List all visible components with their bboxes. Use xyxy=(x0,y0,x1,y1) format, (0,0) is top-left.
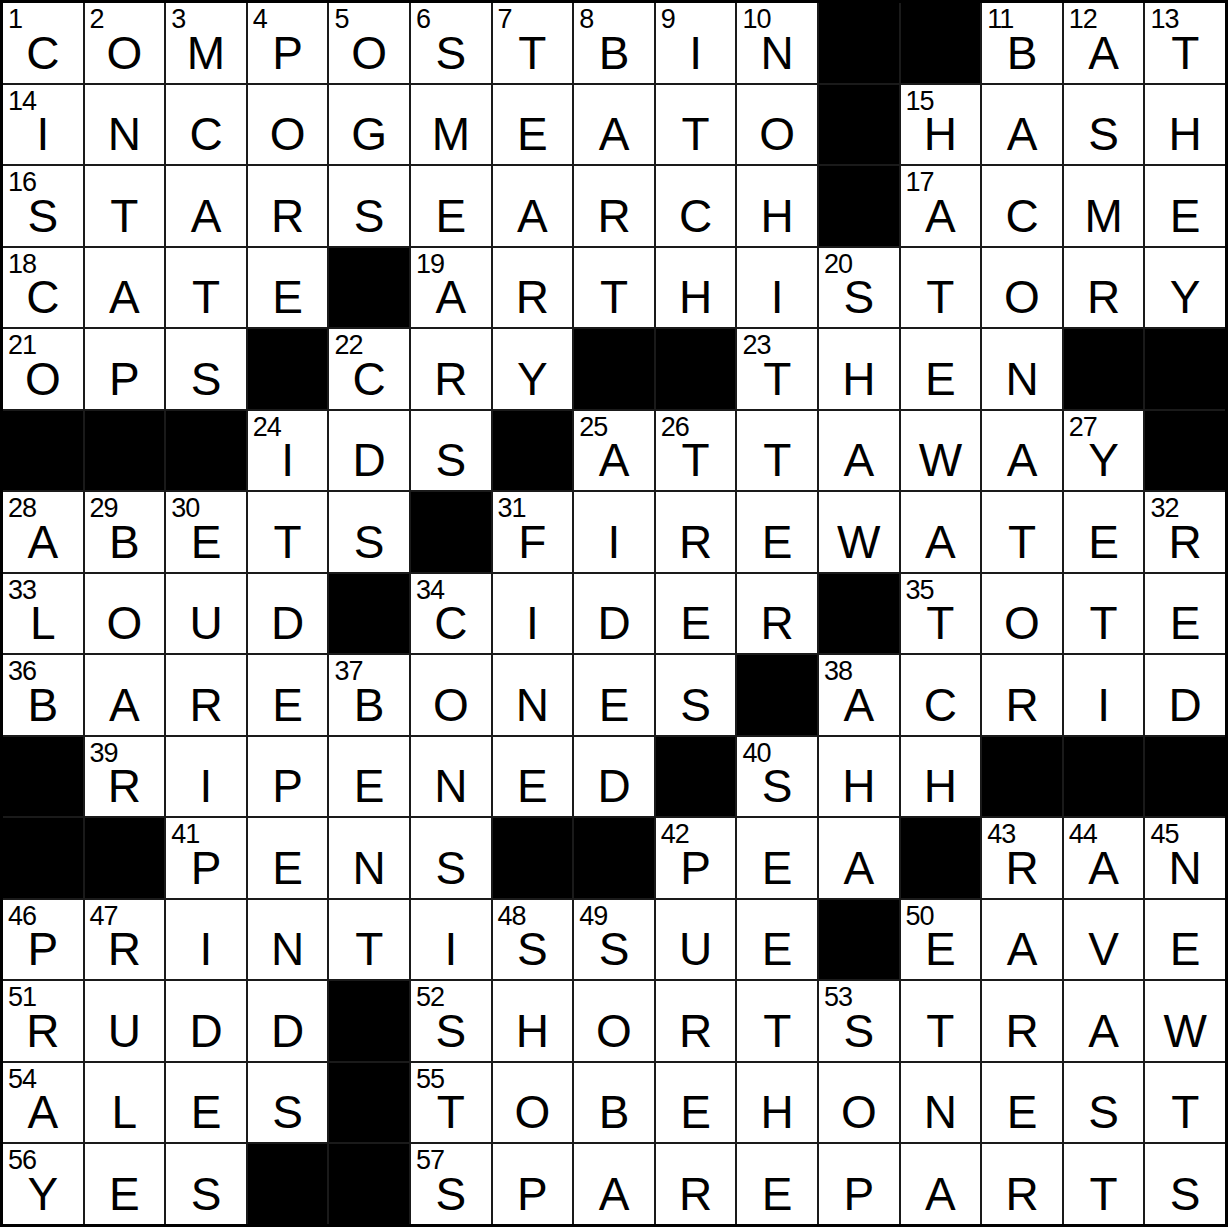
cell-r8c14[interactable]: T xyxy=(1064,574,1144,654)
cell-r3c12[interactable]: 17A xyxy=(901,166,981,246)
cell-r10c2[interactable]: 39R xyxy=(85,737,165,817)
cell-r12c12[interactable]: 50E xyxy=(901,900,981,980)
cell-letter: C xyxy=(982,193,1062,239)
cell-r1c1[interactable]: 1C xyxy=(3,3,83,83)
cell-r8c2[interactable]: O xyxy=(85,574,165,654)
cell-r13c8[interactable]: O xyxy=(574,981,654,1061)
cell-r15c14[interactable]: T xyxy=(1064,1144,1144,1224)
cell-letter: S xyxy=(1064,1089,1144,1135)
cell-r13c15[interactable]: W xyxy=(1145,981,1225,1061)
cell-letter: E xyxy=(1145,600,1225,646)
cell-r3c14[interactable]: M xyxy=(1064,166,1144,246)
cell-r11c14[interactable]: 44A xyxy=(1064,818,1144,898)
cell-letter: C xyxy=(656,193,736,239)
cell-r3c1[interactable]: 16S xyxy=(3,166,83,246)
cell-r15c2[interactable]: E xyxy=(85,1144,165,1224)
cell-r12c5[interactable]: T xyxy=(329,900,409,980)
cell-r15c15[interactable]: S xyxy=(1145,1144,1225,1224)
cell-r12c8[interactable]: 49S xyxy=(574,900,654,980)
cell-letter: A xyxy=(574,111,654,157)
cell-letter: E xyxy=(656,1089,736,1135)
cell-r11c6[interactable]: S xyxy=(411,818,491,898)
cell-r5c3[interactable]: S xyxy=(166,329,246,409)
black-cell-r13c5 xyxy=(329,981,409,1061)
cell-r2c9[interactable]: T xyxy=(656,85,736,165)
black-cell-r2c11 xyxy=(819,85,899,165)
cell-letter: S xyxy=(411,437,491,483)
cell-letter: A xyxy=(982,111,1062,157)
cell-letter: E xyxy=(1145,193,1225,239)
cell-r4c9[interactable]: H xyxy=(656,248,736,328)
cell-letter: S xyxy=(574,926,654,972)
cell-r1c9[interactable]: 9I xyxy=(656,3,736,83)
cell-r14c1[interactable]: 54A xyxy=(3,1063,83,1143)
cell-r13c2[interactable]: U xyxy=(85,981,165,1061)
cell-letter: S xyxy=(737,763,817,809)
cell-letter: R xyxy=(574,193,654,239)
cell-r5c1[interactable]: 21O xyxy=(3,329,83,409)
cell-r3c9[interactable]: C xyxy=(656,166,736,246)
black-cell-r11c12 xyxy=(901,818,981,898)
cell-r5c12[interactable]: E xyxy=(901,329,981,409)
cell-letter: A xyxy=(3,1089,83,1135)
cell-letter: A xyxy=(493,193,573,239)
cell-r12c2[interactable]: 47R xyxy=(85,900,165,980)
cell-r9c7[interactable]: N xyxy=(493,655,573,735)
cell-r15c1[interactable]: 56Y xyxy=(3,1144,83,1224)
cell-letter: R xyxy=(982,1008,1062,1054)
cell-r12c4[interactable]: N xyxy=(248,900,328,980)
black-cell-r10c1 xyxy=(3,737,83,817)
cell-letter: D xyxy=(329,437,409,483)
cell-r12c9[interactable]: U xyxy=(656,900,736,980)
cell-r14c13[interactable]: E xyxy=(982,1063,1062,1143)
cell-r2c7[interactable]: E xyxy=(493,85,573,165)
cell-r3c5[interactable]: S xyxy=(329,166,409,246)
cell-r10c4[interactable]: P xyxy=(248,737,328,817)
cell-r15c9[interactable]: R xyxy=(656,1144,736,1224)
cell-r2c5[interactable]: G xyxy=(329,85,409,165)
cell-r12c10[interactable]: E xyxy=(737,900,817,980)
cell-r11c15[interactable]: 45N xyxy=(1145,818,1225,898)
cell-r14c4[interactable]: S xyxy=(248,1063,328,1143)
cell-r8c6[interactable]: 34C xyxy=(411,574,491,654)
cell-r1c3[interactable]: 3M xyxy=(166,3,246,83)
cell-letter: S xyxy=(166,356,246,402)
cell-letter: P xyxy=(656,845,736,891)
cell-r9c11[interactable]: 38A xyxy=(819,655,899,735)
cell-r4c7[interactable]: R xyxy=(493,248,573,328)
cell-r5c2[interactable]: P xyxy=(85,329,165,409)
cell-letter: N xyxy=(85,111,165,157)
cell-r11c3[interactable]: 41P xyxy=(166,818,246,898)
cell-r12c15[interactable]: E xyxy=(1145,900,1225,980)
cell-r14c15[interactable]: T xyxy=(1145,1063,1225,1143)
cell-letter: N xyxy=(901,1089,981,1135)
cell-letter: P xyxy=(85,356,165,402)
cell-r7c12[interactable]: A xyxy=(901,492,981,572)
cell-letter: T xyxy=(493,30,573,76)
cell-r12c6[interactable]: I xyxy=(411,900,491,980)
cell-letter: Y xyxy=(1145,274,1225,320)
cell-r7c3[interactable]: 30E xyxy=(166,492,246,572)
cell-letter: T xyxy=(1064,600,1144,646)
cell-r7c8[interactable]: I xyxy=(574,492,654,572)
cell-r2c15[interactable]: H xyxy=(1145,85,1225,165)
cell-r8c10[interactable]: R xyxy=(737,574,817,654)
cell-letter: T xyxy=(656,111,736,157)
cell-r12c7[interactable]: 48S xyxy=(493,900,573,980)
cell-r7c4[interactable]: T xyxy=(248,492,328,572)
cell-r5c7[interactable]: Y xyxy=(493,329,573,409)
cell-r10c3[interactable]: I xyxy=(166,737,246,817)
cell-letter: H xyxy=(737,1089,817,1135)
cell-r9c3[interactable]: R xyxy=(166,655,246,735)
cell-r2c4[interactable]: O xyxy=(248,85,328,165)
cell-r10c10[interactable]: 40S xyxy=(737,737,817,817)
cell-r2c12[interactable]: 15H xyxy=(901,85,981,165)
cell-r4c10[interactable]: I xyxy=(737,248,817,328)
cell-letter: I xyxy=(574,519,654,565)
cell-r15c13[interactable]: R xyxy=(982,1144,1062,1224)
cell-r13c6[interactable]: 52S xyxy=(411,981,491,1061)
black-cell-r5c15 xyxy=(1145,329,1225,409)
cell-letter: E xyxy=(493,763,573,809)
cell-r9c13[interactable]: R xyxy=(982,655,1062,735)
cell-letter: N xyxy=(329,845,409,891)
cell-letter: Y xyxy=(1064,437,1144,483)
cell-r3c2[interactable]: T xyxy=(85,166,165,246)
cell-letter: Y xyxy=(493,356,573,402)
cell-r6c5[interactable]: D xyxy=(329,411,409,491)
cell-r3c4[interactable]: R xyxy=(248,166,328,246)
cell-letter: E xyxy=(737,1171,817,1217)
cell-letter: H xyxy=(819,763,899,809)
cell-r13c4[interactable]: D xyxy=(248,981,328,1061)
cell-r5c11[interactable]: H xyxy=(819,329,899,409)
cell-r4c8[interactable]: T xyxy=(574,248,654,328)
cell-r14c3[interactable]: E xyxy=(166,1063,246,1143)
cell-letter: T xyxy=(329,926,409,972)
cell-r3c10[interactable]: H xyxy=(737,166,817,246)
cell-r6c4[interactable]: 24I xyxy=(248,411,328,491)
cell-r6c8[interactable]: 25A xyxy=(574,411,654,491)
cell-r13c10[interactable]: T xyxy=(737,981,817,1061)
cell-letter: S xyxy=(329,519,409,565)
cell-r6c6[interactable]: S xyxy=(411,411,491,491)
cell-letter: A xyxy=(85,682,165,728)
cell-letter: A xyxy=(1064,845,1144,891)
cell-r14c7[interactable]: O xyxy=(493,1063,573,1143)
cell-r11c4[interactable]: E xyxy=(248,818,328,898)
cell-r1c6[interactable]: 6S xyxy=(411,3,491,83)
cell-r15c12[interactable]: A xyxy=(901,1144,981,1224)
cell-letter: T xyxy=(901,600,981,646)
cell-r15c3[interactable]: S xyxy=(166,1144,246,1224)
cell-r2c8[interactable]: A xyxy=(574,85,654,165)
cell-r15c8[interactable]: A xyxy=(574,1144,654,1224)
cell-r7c1[interactable]: 28A xyxy=(3,492,83,572)
cell-letter: V xyxy=(1064,926,1144,972)
cell-r14c9[interactable]: E xyxy=(656,1063,736,1143)
cell-letter: R xyxy=(656,519,736,565)
cell-r12c14[interactable]: V xyxy=(1064,900,1144,980)
cell-r13c7[interactable]: H xyxy=(493,981,573,1061)
cell-r7c5[interactable]: S xyxy=(329,492,409,572)
cell-r6c14[interactable]: 27Y xyxy=(1064,411,1144,491)
cell-r4c15[interactable]: Y xyxy=(1145,248,1225,328)
cell-r9c4[interactable]: E xyxy=(248,655,328,735)
cell-r8c1[interactable]: 33L xyxy=(3,574,83,654)
cell-r14c10[interactable]: H xyxy=(737,1063,817,1143)
cell-letter: E xyxy=(411,193,491,239)
cell-r2c14[interactable]: S xyxy=(1064,85,1144,165)
cell-r7c14[interactable]: E xyxy=(1064,492,1144,572)
cell-r5c5[interactable]: 22C xyxy=(329,329,409,409)
cell-letter: R xyxy=(982,1171,1062,1217)
cell-letter: H xyxy=(1145,111,1225,157)
cell-r8c3[interactable]: U xyxy=(166,574,246,654)
black-cell-r11c8 xyxy=(574,818,654,898)
cell-letter: A xyxy=(166,193,246,239)
black-cell-r11c1 xyxy=(3,818,83,898)
cell-r4c11[interactable]: 20S xyxy=(819,248,899,328)
cell-r3c3[interactable]: A xyxy=(166,166,246,246)
cell-letter: S xyxy=(411,845,491,891)
cell-r13c12[interactable]: T xyxy=(901,981,981,1061)
cell-letter: C xyxy=(3,274,83,320)
cell-r13c14[interactable]: A xyxy=(1064,981,1144,1061)
cell-r6c12[interactable]: W xyxy=(901,411,981,491)
cell-letter: B xyxy=(574,30,654,76)
black-cell-r6c2 xyxy=(85,411,165,491)
cell-r10c12[interactable]: H xyxy=(901,737,981,817)
cell-r13c11[interactable]: 53S xyxy=(819,981,899,1061)
cell-letter: G xyxy=(329,111,409,157)
cell-r7c11[interactable]: W xyxy=(819,492,899,572)
cell-r4c14[interactable]: R xyxy=(1064,248,1144,328)
cell-letter: C xyxy=(166,111,246,157)
cell-r1c13[interactable]: 11B xyxy=(982,3,1062,83)
cell-letter: O xyxy=(411,682,491,728)
cell-letter: T xyxy=(1145,1089,1225,1135)
cell-letter: A xyxy=(819,845,899,891)
cell-letter: U xyxy=(85,1008,165,1054)
cell-letter: W xyxy=(819,519,899,565)
cell-r10c8[interactable]: D xyxy=(574,737,654,817)
cell-r10c7[interactable]: E xyxy=(493,737,573,817)
cell-r10c5[interactable]: E xyxy=(329,737,409,817)
cell-r2c2[interactable]: N xyxy=(85,85,165,165)
cell-r7c9[interactable]: R xyxy=(656,492,736,572)
cell-letter: A xyxy=(982,437,1062,483)
black-cell-r6c3 xyxy=(166,411,246,491)
cell-letter: A xyxy=(982,926,1062,972)
cell-r4c12[interactable]: T xyxy=(901,248,981,328)
cell-letter: A xyxy=(1064,30,1144,76)
cell-letter: T xyxy=(1145,30,1225,76)
cell-r8c4[interactable]: D xyxy=(248,574,328,654)
cell-r7c10[interactable]: E xyxy=(737,492,817,572)
cell-r1c10[interactable]: 10N xyxy=(737,3,817,83)
cell-letter: E xyxy=(166,1089,246,1135)
cell-letter: S xyxy=(1064,111,1144,157)
cell-r11c5[interactable]: N xyxy=(329,818,409,898)
cell-r2c6[interactable]: M xyxy=(411,85,491,165)
cell-r9c12[interactable]: C xyxy=(901,655,981,735)
cell-letter: I xyxy=(493,600,573,646)
black-cell-r11c7 xyxy=(493,818,573,898)
cell-letter: T xyxy=(248,519,328,565)
cell-r5c13[interactable]: N xyxy=(982,329,1062,409)
cell-letter: I xyxy=(248,437,328,483)
cell-r9c2[interactable]: A xyxy=(85,655,165,735)
cell-r7c7[interactable]: 31F xyxy=(493,492,573,572)
cell-r15c11[interactable]: P xyxy=(819,1144,899,1224)
cell-r8c12[interactable]: 35T xyxy=(901,574,981,654)
cell-r2c1[interactable]: 14I xyxy=(3,85,83,165)
cell-r9c6[interactable]: O xyxy=(411,655,491,735)
cell-r4c6[interactable]: 19A xyxy=(411,248,491,328)
cell-r4c1[interactable]: 18C xyxy=(3,248,83,328)
cell-r12c3[interactable]: I xyxy=(166,900,246,980)
cell-r9c9[interactable]: S xyxy=(656,655,736,735)
cell-letter: C xyxy=(901,682,981,728)
cell-letter: I xyxy=(411,926,491,972)
cell-r2c3[interactable]: C xyxy=(166,85,246,165)
cell-r9c8[interactable]: E xyxy=(574,655,654,735)
cell-r7c13[interactable]: T xyxy=(982,492,1062,572)
cell-r4c13[interactable]: O xyxy=(982,248,1062,328)
cell-r9c1[interactable]: 36B xyxy=(3,655,83,735)
cell-r11c13[interactable]: 43R xyxy=(982,818,1062,898)
cell-r12c13[interactable]: A xyxy=(982,900,1062,980)
cell-r11c11[interactable]: A xyxy=(819,818,899,898)
cell-r12c1[interactable]: 46P xyxy=(3,900,83,980)
cell-r6c10[interactable]: T xyxy=(737,411,817,491)
cell-letter: B xyxy=(85,519,165,565)
cell-r9c5[interactable]: 37B xyxy=(329,655,409,735)
cell-r1c4[interactable]: 4P xyxy=(248,3,328,83)
cell-r8c15[interactable]: E xyxy=(1145,574,1225,654)
cell-r2c10[interactable]: O xyxy=(737,85,817,165)
cell-letter: H xyxy=(656,274,736,320)
cell-r7c15[interactable]: 32R xyxy=(1145,492,1225,572)
cell-letter: O xyxy=(982,274,1062,320)
cell-letter: U xyxy=(166,600,246,646)
cell-r13c13[interactable]: R xyxy=(982,981,1062,1061)
cell-r14c12[interactable]: N xyxy=(901,1063,981,1143)
cell-r13c3[interactable]: D xyxy=(166,981,246,1061)
cell-r1c15[interactable]: 13T xyxy=(1145,3,1225,83)
cell-r11c9[interactable]: 42P xyxy=(656,818,736,898)
cell-r8c8[interactable]: D xyxy=(574,574,654,654)
cell-r3c7[interactable]: A xyxy=(493,166,573,246)
cell-r5c6[interactable]: R xyxy=(411,329,491,409)
black-cell-r3c11 xyxy=(819,166,899,246)
cell-letter: O xyxy=(3,356,83,402)
cell-letter: E xyxy=(737,926,817,972)
cell-r9c15[interactable]: D xyxy=(1145,655,1225,735)
cell-letter: O xyxy=(737,111,817,157)
cell-r10c11[interactable]: H xyxy=(819,737,899,817)
cell-letter: H xyxy=(737,193,817,239)
cell-letter: R xyxy=(1145,519,1225,565)
cell-letter: E xyxy=(982,1089,1062,1135)
cell-r14c8[interactable]: B xyxy=(574,1063,654,1143)
cell-letter: S xyxy=(411,1008,491,1054)
cell-letter: W xyxy=(901,437,981,483)
cell-letter: P xyxy=(248,30,328,76)
cell-r13c9[interactable]: R xyxy=(656,981,736,1061)
cell-r3c15[interactable]: E xyxy=(1145,166,1225,246)
cell-letter: Y xyxy=(3,1171,83,1217)
black-cell-r5c9 xyxy=(656,329,736,409)
cell-letter: B xyxy=(574,1089,654,1135)
cell-r14c2[interactable]: L xyxy=(85,1063,165,1143)
cell-r6c11[interactable]: A xyxy=(819,411,899,491)
cell-letter: C xyxy=(411,600,491,646)
cell-r11c10[interactable]: E xyxy=(737,818,817,898)
cell-r6c13[interactable]: A xyxy=(982,411,1062,491)
cell-letter: A xyxy=(411,274,491,320)
cell-r1c8[interactable]: 8B xyxy=(574,3,654,83)
cell-r2c13[interactable]: A xyxy=(982,85,1062,165)
cell-letter: E xyxy=(248,682,328,728)
cell-r4c4[interactable]: E xyxy=(248,248,328,328)
cell-r15c7[interactable]: P xyxy=(493,1144,573,1224)
cell-r13c1[interactable]: 51R xyxy=(3,981,83,1061)
cell-r5c10[interactable]: 23T xyxy=(737,329,817,409)
cell-r4c3[interactable]: T xyxy=(166,248,246,328)
cell-r9c14[interactable]: I xyxy=(1064,655,1144,735)
cell-letter: R xyxy=(166,682,246,728)
cell-r14c11[interactable]: O xyxy=(819,1063,899,1143)
cell-r15c10[interactable]: E xyxy=(737,1144,817,1224)
cell-r6c9[interactable]: 26T xyxy=(656,411,736,491)
cell-r4c2[interactable]: A xyxy=(85,248,165,328)
cell-letter: M xyxy=(411,111,491,157)
cell-r15c6[interactable]: 57S xyxy=(411,1144,491,1224)
cell-letter: E xyxy=(329,763,409,809)
cell-r1c14[interactable]: 12A xyxy=(1064,3,1144,83)
cell-r3c13[interactable]: C xyxy=(982,166,1062,246)
cell-letter: R xyxy=(3,1008,83,1054)
cell-letter: H xyxy=(901,111,981,157)
cell-r1c5[interactable]: 5O xyxy=(329,3,409,83)
cell-r10c6[interactable]: N xyxy=(411,737,491,817)
cell-letter: P xyxy=(3,926,83,972)
cell-letter: N xyxy=(1145,845,1225,891)
cell-r1c7[interactable]: 7T xyxy=(493,3,573,83)
cell-r8c13[interactable]: O xyxy=(982,574,1062,654)
cell-r14c6[interactable]: 55T xyxy=(411,1063,491,1143)
cell-r3c6[interactable]: E xyxy=(411,166,491,246)
black-cell-r7c6 xyxy=(411,492,491,572)
cell-r1c2[interactable]: 2O xyxy=(85,3,165,83)
cell-letter: E xyxy=(248,845,328,891)
cell-r14c14[interactable]: S xyxy=(1064,1063,1144,1143)
cell-r3c8[interactable]: R xyxy=(574,166,654,246)
cell-r8c7[interactable]: I xyxy=(493,574,573,654)
cell-r7c2[interactable]: 29B xyxy=(85,492,165,572)
cell-letter: T xyxy=(166,274,246,320)
cell-letter: I xyxy=(166,926,246,972)
cell-letter: O xyxy=(85,600,165,646)
cell-r8c9[interactable]: E xyxy=(656,574,736,654)
cell-letter: C xyxy=(3,30,83,76)
cell-letter: S xyxy=(819,274,899,320)
